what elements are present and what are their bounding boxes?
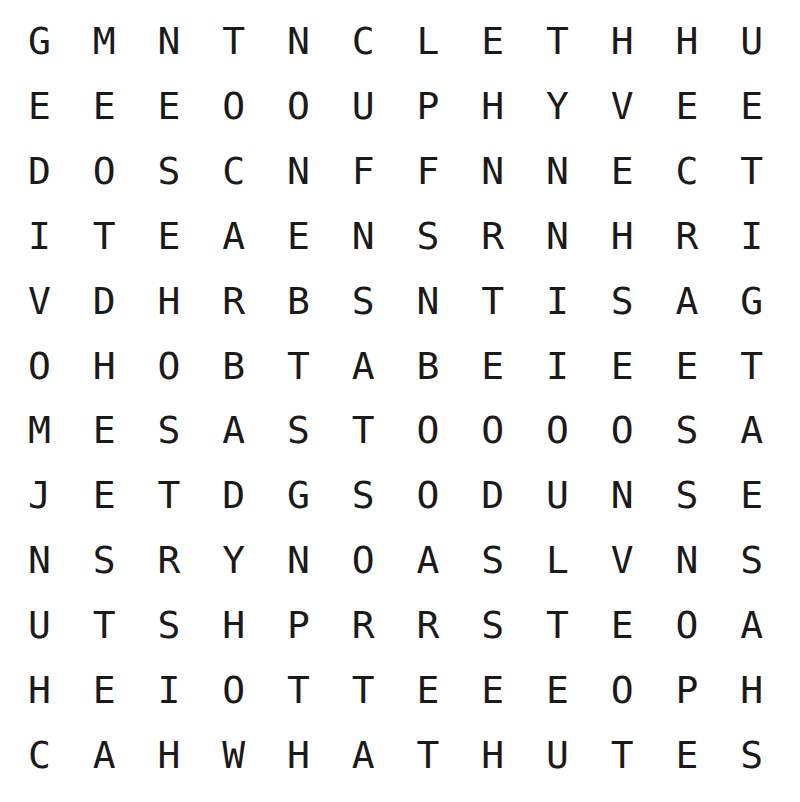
cell-r3c10[interactable]: E: [590, 139, 655, 204]
cell-r12c8[interactable]: H: [460, 722, 525, 787]
cell-r1c4[interactable]: T: [201, 9, 266, 74]
cell-r12c10[interactable]: T: [590, 722, 655, 787]
cell-r2c3[interactable]: E: [137, 74, 202, 139]
cell-r7c8[interactable]: O: [460, 398, 525, 463]
cell-r8c12[interactable]: E: [719, 463, 784, 528]
cell-r5c2[interactable]: D: [72, 268, 137, 333]
cell-r4c11[interactable]: R: [655, 204, 720, 269]
cell-r3c6[interactable]: F: [331, 139, 396, 204]
cell-r6c7[interactable]: B: [396, 333, 461, 398]
cell-r1c8[interactable]: E: [460, 9, 525, 74]
cell-r10c9[interactable]: T: [525, 593, 590, 658]
cell-r10c11[interactable]: O: [655, 593, 720, 658]
cell-r7c4[interactable]: A: [201, 398, 266, 463]
cell-r11c8[interactable]: E: [460, 657, 525, 722]
cell-r11c4[interactable]: O: [201, 657, 266, 722]
cell-r11c1[interactable]: H: [7, 657, 72, 722]
cell-r6c12[interactable]: T: [719, 333, 784, 398]
cell-r9c8[interactable]: S: [460, 528, 525, 593]
cell-r8c4[interactable]: D: [201, 463, 266, 528]
cell-r11c2[interactable]: E: [72, 657, 137, 722]
cell-r12c9[interactable]: U: [525, 722, 590, 787]
cell-r6c3[interactable]: O: [137, 333, 202, 398]
cell-r1c12[interactable]: U: [719, 9, 784, 74]
cell-r12c11[interactable]: E: [655, 722, 720, 787]
cell-r9c4[interactable]: Y: [201, 528, 266, 593]
cell-r7c12[interactable]: A: [719, 398, 784, 463]
cell-r1c1[interactable]: G: [7, 9, 72, 74]
cell-r4c8[interactable]: R: [460, 204, 525, 269]
cell-r11c11[interactable]: P: [655, 657, 720, 722]
cell-r12c3[interactable]: H: [137, 722, 202, 787]
cell-r6c4[interactable]: B: [201, 333, 266, 398]
cell-r5c1[interactable]: V: [7, 268, 72, 333]
cell-r4c10[interactable]: H: [590, 204, 655, 269]
cell-r2c7[interactable]: P: [396, 74, 461, 139]
cell-r3c1[interactable]: D: [7, 139, 72, 204]
cell-r2c4[interactable]: O: [201, 74, 266, 139]
cell-r3c4[interactable]: C: [201, 139, 266, 204]
cell-r8c2[interactable]: E: [72, 463, 137, 528]
cell-r2c11[interactable]: E: [655, 74, 720, 139]
cell-r5c4[interactable]: R: [201, 268, 266, 333]
cell-r4c9[interactable]: N: [525, 204, 590, 269]
cell-r10c1[interactable]: U: [7, 593, 72, 658]
cell-r9c9[interactable]: L: [525, 528, 590, 593]
cell-r12c12[interactable]: S: [719, 722, 784, 787]
cell-r1c6[interactable]: C: [331, 9, 396, 74]
cell-r7c6[interactable]: T: [331, 398, 396, 463]
cell-r9c2[interactable]: S: [72, 528, 137, 593]
cell-r9c12[interactable]: S: [719, 528, 784, 593]
cell-r12c1[interactable]: C: [7, 722, 72, 787]
cell-r5c8[interactable]: T: [460, 268, 525, 333]
cell-r2c6[interactable]: U: [331, 74, 396, 139]
cell-r2c10[interactable]: V: [590, 74, 655, 139]
cell-r1c3[interactable]: N: [137, 9, 202, 74]
cell-r5c9[interactable]: I: [525, 268, 590, 333]
cell-r10c4[interactable]: H: [201, 593, 266, 658]
cell-r2c12[interactable]: E: [719, 74, 784, 139]
cell-r9c1[interactable]: N: [7, 528, 72, 593]
cell-r5c11[interactable]: A: [655, 268, 720, 333]
cell-r4c5[interactable]: E: [266, 204, 331, 269]
cell-r4c3[interactable]: E: [137, 204, 202, 269]
cell-r4c12[interactable]: I: [719, 204, 784, 269]
cell-r5c3[interactable]: H: [137, 268, 202, 333]
cell-r5c12[interactable]: G: [719, 268, 784, 333]
cell-r8c8[interactable]: D: [460, 463, 525, 528]
cell-r4c1[interactable]: I: [7, 204, 72, 269]
cell-r10c6[interactable]: R: [331, 593, 396, 658]
cell-r12c2[interactable]: A: [72, 722, 137, 787]
cell-r5c10[interactable]: S: [590, 268, 655, 333]
cell-r12c5[interactable]: H: [266, 722, 331, 787]
cell-r6c11[interactable]: E: [655, 333, 720, 398]
cell-r7c1[interactable]: M: [7, 398, 72, 463]
cell-r7c11[interactable]: S: [655, 398, 720, 463]
cell-r3c3[interactable]: S: [137, 139, 202, 204]
cell-r11c5[interactable]: T: [266, 657, 331, 722]
cell-r9c7[interactable]: A: [396, 528, 461, 593]
cell-r7c2[interactable]: E: [72, 398, 137, 463]
cell-r2c1[interactable]: E: [7, 74, 72, 139]
word-search-board: GMNTNCLETHHUEEEOOUPHYVEEDOSCNFFNNECTITEA…: [0, 0, 800, 802]
cell-r9c11[interactable]: N: [655, 528, 720, 593]
cell-r8c7[interactable]: O: [396, 463, 461, 528]
cell-r10c3[interactable]: S: [137, 593, 202, 658]
cell-r7c3[interactable]: S: [137, 398, 202, 463]
cell-r6c6[interactable]: A: [331, 333, 396, 398]
cell-r2c2[interactable]: E: [72, 74, 137, 139]
cell-r12c4[interactable]: W: [201, 722, 266, 787]
cell-r5c5[interactable]: B: [266, 268, 331, 333]
cell-r8c3[interactable]: T: [137, 463, 202, 528]
cell-r11c9[interactable]: E: [525, 657, 590, 722]
cell-r3c8[interactable]: N: [460, 139, 525, 204]
cell-r3c11[interactable]: C: [655, 139, 720, 204]
cell-r6c2[interactable]: H: [72, 333, 137, 398]
cell-r7c7[interactable]: O: [396, 398, 461, 463]
cell-r11c7[interactable]: E: [396, 657, 461, 722]
cell-r8c11[interactable]: S: [655, 463, 720, 528]
cell-r10c12[interactable]: A: [719, 593, 784, 658]
cell-r10c10[interactable]: E: [590, 593, 655, 658]
cell-r9c3[interactable]: R: [137, 528, 202, 593]
cell-r6c1[interactable]: O: [7, 333, 72, 398]
cell-r8c1[interactable]: J: [7, 463, 72, 528]
cell-r10c7[interactable]: R: [396, 593, 461, 658]
cell-r12c7[interactable]: T: [396, 722, 461, 787]
cell-r9c6[interactable]: O: [331, 528, 396, 593]
cell-r8c5[interactable]: G: [266, 463, 331, 528]
cell-r4c7[interactable]: S: [396, 204, 461, 269]
cell-r11c3[interactable]: I: [137, 657, 202, 722]
cell-r6c10[interactable]: E: [590, 333, 655, 398]
word-search-page: GMNTNCLETHHUEEEOOUPHYVEEDOSCNFFNNECTITEA…: [0, 0, 800, 802]
cell-r4c6[interactable]: N: [331, 204, 396, 269]
cell-r6c5[interactable]: T: [266, 333, 331, 398]
cell-r3c9[interactable]: N: [525, 139, 590, 204]
cell-r12c6[interactable]: A: [331, 722, 396, 787]
cell-r4c2[interactable]: T: [72, 204, 137, 269]
cell-r10c2[interactable]: T: [72, 593, 137, 658]
cell-r5c6[interactable]: S: [331, 268, 396, 333]
cell-r1c10[interactable]: H: [590, 9, 655, 74]
cell-r2c5[interactable]: O: [266, 74, 331, 139]
cell-r2c8[interactable]: H: [460, 74, 525, 139]
cell-r7c5[interactable]: S: [266, 398, 331, 463]
cell-r10c8[interactable]: S: [460, 593, 525, 658]
cell-r1c11[interactable]: H: [655, 9, 720, 74]
cell-r1c5[interactable]: N: [266, 9, 331, 74]
cell-r3c5[interactable]: N: [266, 139, 331, 204]
cell-r6c9[interactable]: I: [525, 333, 590, 398]
cell-r2c9[interactable]: Y: [525, 74, 590, 139]
cell-r11c12[interactable]: H: [719, 657, 784, 722]
cell-r10c5[interactable]: P: [266, 593, 331, 658]
cell-r7c9[interactable]: O: [525, 398, 590, 463]
cell-r4c4[interactable]: A: [201, 204, 266, 269]
cell-r8c9[interactable]: U: [525, 463, 590, 528]
cell-r6c8[interactable]: E: [460, 333, 525, 398]
cell-r1c9[interactable]: T: [525, 9, 590, 74]
cell-r8c10[interactable]: N: [590, 463, 655, 528]
cell-r1c2[interactable]: M: [72, 9, 137, 74]
cell-r8c6[interactable]: S: [331, 463, 396, 528]
cell-r3c7[interactable]: F: [396, 139, 461, 204]
cell-r11c6[interactable]: T: [331, 657, 396, 722]
cell-r7c10[interactable]: O: [590, 398, 655, 463]
cell-r11c10[interactable]: O: [590, 657, 655, 722]
cell-r3c12[interactable]: T: [719, 139, 784, 204]
cell-r9c5[interactable]: N: [266, 528, 331, 593]
cell-r9c10[interactable]: V: [590, 528, 655, 593]
cell-r3c2[interactable]: O: [72, 139, 137, 204]
cell-r5c7[interactable]: N: [396, 268, 461, 333]
cell-r1c7[interactable]: L: [396, 9, 461, 74]
